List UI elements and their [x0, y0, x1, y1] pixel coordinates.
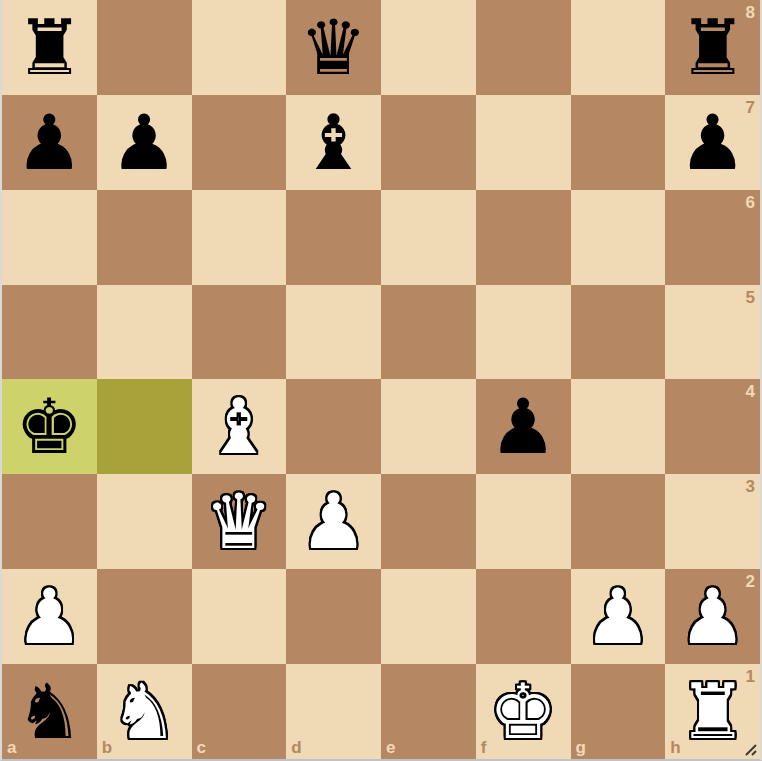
square-e2[interactable] — [381, 569, 476, 664]
square-f6[interactable] — [476, 190, 571, 285]
square-g7[interactable] — [571, 95, 666, 190]
drag-resize-icon[interactable] — [740, 739, 758, 757]
square-b3[interactable] — [97, 474, 192, 569]
chess-board: ♜♛♜8♟♟♝♟765♚♝♟4♛♟3♟♟♟2♞a♞bcde♚fg♜1h — [0, 0, 762, 761]
square-e4[interactable] — [381, 379, 476, 474]
black-king[interactable]: ♚ — [15, 379, 83, 474]
square-b7[interactable]: ♟ — [97, 95, 192, 190]
square-g3[interactable] — [571, 474, 666, 569]
square-h4[interactable]: 4 — [665, 379, 760, 474]
square-g4[interactable] — [571, 379, 666, 474]
square-d5[interactable] — [286, 285, 381, 380]
square-h3[interactable]: 3 — [665, 474, 760, 569]
square-g5[interactable] — [571, 285, 666, 380]
square-a1[interactable]: ♞a — [2, 664, 97, 759]
square-c6[interactable] — [192, 190, 287, 285]
square-b1[interactable]: ♞b — [97, 664, 192, 759]
white-bishop[interactable]: ♝ — [205, 379, 273, 474]
black-pawn[interactable]: ♟ — [679, 95, 747, 190]
white-knight[interactable]: ♞ — [110, 664, 178, 759]
square-g2[interactable]: ♟ — [571, 569, 666, 664]
square-h7[interactable]: ♟7 — [665, 95, 760, 190]
square-b4[interactable] — [97, 379, 192, 474]
square-f7[interactable] — [476, 95, 571, 190]
black-rook[interactable]: ♜ — [679, 0, 747, 95]
square-d2[interactable] — [286, 569, 381, 664]
white-king[interactable]: ♚ — [489, 664, 557, 759]
square-e8[interactable] — [381, 0, 476, 95]
black-knight[interactable]: ♞ — [15, 664, 83, 759]
white-pawn[interactable]: ♟ — [15, 569, 83, 664]
file-label-e: e — [386, 739, 395, 756]
square-g1[interactable]: g — [571, 664, 666, 759]
square-b8[interactable] — [97, 0, 192, 95]
black-rook[interactable]: ♜ — [15, 0, 83, 95]
square-b6[interactable] — [97, 190, 192, 285]
black-queen[interactable]: ♛ — [300, 0, 368, 95]
square-a5[interactable] — [2, 285, 97, 380]
square-e7[interactable] — [381, 95, 476, 190]
square-a6[interactable] — [2, 190, 97, 285]
black-bishop[interactable]: ♝ — [300, 95, 368, 190]
square-c4[interactable]: ♝ — [192, 379, 287, 474]
square-f5[interactable] — [476, 285, 571, 380]
square-g6[interactable] — [571, 190, 666, 285]
square-a7[interactable]: ♟ — [2, 95, 97, 190]
square-a2[interactable]: ♟ — [2, 569, 97, 664]
white-rook[interactable]: ♜ — [679, 664, 747, 759]
square-f1[interactable]: ♚f — [476, 664, 571, 759]
file-label-f: f — [481, 739, 487, 756]
white-queen[interactable]: ♛ — [205, 474, 273, 569]
square-d1[interactable]: d — [286, 664, 381, 759]
rank-label-2: 2 — [746, 573, 755, 590]
black-pawn[interactable]: ♟ — [110, 95, 178, 190]
square-e1[interactable]: e — [381, 664, 476, 759]
square-d7[interactable]: ♝ — [286, 95, 381, 190]
square-e6[interactable] — [381, 190, 476, 285]
square-d8[interactable]: ♛ — [286, 0, 381, 95]
square-h6[interactable]: 6 — [665, 190, 760, 285]
file-label-d: d — [291, 739, 301, 756]
black-pawn[interactable]: ♟ — [489, 379, 557, 474]
file-label-h: h — [670, 739, 680, 756]
square-c1[interactable]: c — [192, 664, 287, 759]
rank-label-5: 5 — [746, 289, 755, 306]
square-e3[interactable] — [381, 474, 476, 569]
rank-label-8: 8 — [746, 4, 755, 21]
square-h8[interactable]: ♜8 — [665, 0, 760, 95]
file-label-g: g — [576, 739, 586, 756]
rank-label-4: 4 — [746, 383, 755, 400]
file-label-b: b — [102, 739, 112, 756]
rank-label-7: 7 — [746, 99, 755, 116]
square-d4[interactable] — [286, 379, 381, 474]
square-b2[interactable] — [97, 569, 192, 664]
square-d3[interactable]: ♟ — [286, 474, 381, 569]
square-c3[interactable]: ♛ — [192, 474, 287, 569]
square-h2[interactable]: ♟2 — [665, 569, 760, 664]
square-c5[interactable] — [192, 285, 287, 380]
square-f4[interactable]: ♟ — [476, 379, 571, 474]
square-a8[interactable]: ♜ — [2, 0, 97, 95]
square-d6[interactable] — [286, 190, 381, 285]
square-h5[interactable]: 5 — [665, 285, 760, 380]
rank-label-3: 3 — [746, 478, 755, 495]
white-pawn[interactable]: ♟ — [679, 569, 747, 664]
square-f8[interactable] — [476, 0, 571, 95]
rank-label-1: 1 — [746, 668, 755, 685]
square-a4[interactable]: ♚ — [2, 379, 97, 474]
square-b5[interactable] — [97, 285, 192, 380]
square-c8[interactable] — [192, 0, 287, 95]
square-a3[interactable] — [2, 474, 97, 569]
square-f2[interactable] — [476, 569, 571, 664]
black-pawn[interactable]: ♟ — [15, 95, 83, 190]
white-pawn[interactable]: ♟ — [300, 474, 368, 569]
rank-label-6: 6 — [746, 194, 755, 211]
file-label-c: c — [197, 739, 206, 756]
square-e5[interactable] — [381, 285, 476, 380]
white-pawn[interactable]: ♟ — [584, 569, 652, 664]
file-label-a: a — [7, 739, 16, 756]
square-c7[interactable] — [192, 95, 287, 190]
square-g8[interactable] — [571, 0, 666, 95]
square-f3[interactable] — [476, 474, 571, 569]
square-c2[interactable] — [192, 569, 287, 664]
